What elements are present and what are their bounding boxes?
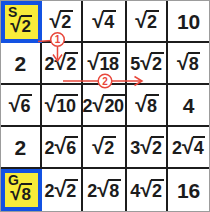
coefficient: 2 (172, 139, 182, 157)
radicand: 8 (146, 94, 159, 115)
cell-value: 5√2 (130, 52, 163, 75)
cell-r4c1: 2 (1, 127, 42, 169)
radicand: 18 (98, 52, 120, 73)
start-label: S (8, 5, 17, 20)
coefficient: 3 (130, 139, 140, 157)
radicand: 8 (188, 52, 201, 73)
cell-r3c2: √10 (42, 85, 83, 127)
cell-value: √8 (177, 52, 200, 75)
cell-r3c4: √8 (127, 85, 168, 127)
cell-r3c3: 2√20 (83, 85, 128, 127)
radicand: 8 (21, 183, 33, 203)
cell-value: √2 (135, 10, 158, 33)
coefficient: 2 (44, 182, 54, 200)
radicand: 2 (151, 52, 164, 73)
radicand: 2 (21, 15, 33, 35)
coefficient: 2 (44, 139, 54, 157)
cell-value: 3√2 (130, 136, 163, 159)
cell-r4c2: 2√6 (42, 127, 83, 169)
cell-r1c4: √2 (127, 1, 168, 43)
cell-value: 16 (177, 180, 200, 201)
coefficient: 2 (87, 182, 97, 200)
cell-value: √10 (45, 94, 78, 117)
radicand: 2 (60, 10, 73, 31)
cell-value: 2 (15, 53, 27, 74)
cell-value: √18 (88, 52, 121, 75)
cell-value: 10 (177, 11, 200, 32)
cell-r5c2: 2√2 (42, 169, 83, 211)
cell-r5c5: 16 (168, 169, 209, 211)
coefficient: 5 (130, 55, 140, 73)
radicand: 2 (65, 52, 78, 73)
cell-value: 2√4 (172, 136, 205, 159)
cell-value: √8 (135, 94, 158, 117)
cell-value: √4 (92, 10, 115, 33)
radicand: 2 (146, 10, 159, 31)
cell-value: 2√8 (87, 179, 120, 202)
cell-value: 4 (183, 95, 195, 116)
cell-goal-r5c1: G √8 (1, 169, 42, 211)
cell-r3c1: √6 (1, 85, 42, 127)
cell-value: 2√6 (44, 136, 77, 159)
cell-start-r1c1: S √2 (1, 1, 42, 43)
coefficient: 2 (83, 97, 93, 115)
cell-r5c3: 2√8 (83, 169, 128, 211)
cell-value: √2 (92, 136, 115, 159)
cell-value: 4√2 (130, 179, 163, 202)
radicand: 2 (103, 136, 116, 157)
cell-r2c4: 5√2 (127, 43, 168, 85)
cell-r2c1: 2 (1, 43, 42, 85)
cell-r5c4: 4√2 (127, 169, 168, 211)
cell-r3c5: 4 (168, 85, 209, 127)
cell-r1c2: √2 (42, 1, 83, 43)
cell-r4c3: √2 (83, 127, 128, 169)
cell-r1c3: √4 (83, 1, 128, 43)
radicand: 4 (193, 136, 206, 157)
radicand: 4 (103, 10, 116, 31)
cell-value: 2√20 (83, 94, 126, 117)
cell-r1c5: 10 (168, 1, 209, 43)
radicand: 2 (151, 179, 164, 200)
coefficient: 2 (44, 55, 54, 73)
cell-r4c4: 3√2 (127, 127, 168, 169)
cell-value: 2√2 (44, 179, 77, 202)
cell-value: √2 (49, 10, 72, 33)
radicand: 2 (65, 179, 78, 200)
cell-r2c3: √18 (83, 43, 128, 85)
radicand: 6 (65, 136, 78, 157)
cell-value: 2 (15, 137, 27, 158)
radicand: 10 (56, 94, 78, 115)
radicand: 2 (151, 136, 164, 157)
coefficient: 4 (130, 182, 140, 200)
cell-value: 2√2 (44, 52, 77, 75)
radicand: 8 (108, 179, 121, 200)
radicand: 6 (20, 94, 33, 115)
cell-r4c5: 2√4 (168, 127, 209, 169)
radicand: 20 (103, 94, 125, 115)
cell-r2c5: √8 (168, 43, 209, 85)
puzzle-grid: S √2 √2 √4 √2 10 2 2√2 √18 5√2 √8 √6 √10… (0, 0, 210, 212)
cell-r2c2: 2√2 (42, 43, 83, 85)
goal-label: G (8, 173, 19, 188)
cell-value: √6 (9, 94, 32, 117)
